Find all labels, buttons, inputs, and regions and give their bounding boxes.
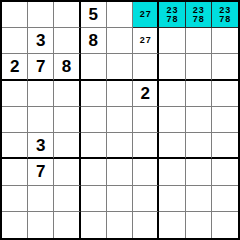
cell-r6c7[interactable] (159, 133, 185, 159)
cell-r7c1[interactable] (2, 159, 28, 185)
cell-r2c8[interactable] (186, 28, 212, 54)
cell-r3c5[interactable] (107, 54, 133, 80)
given-digit: 2 (140, 85, 149, 102)
given-digit: 7 (36, 163, 45, 180)
pencil-marks: 27 (139, 36, 152, 45)
pencil-mark-line: 27 (139, 10, 152, 19)
pencil-marks: 2378 (218, 6, 231, 24)
cell-r8c4[interactable] (81, 186, 107, 212)
cell-r1c9[interactable]: 2378 (212, 2, 238, 28)
cell-r8c5[interactable] (107, 186, 133, 212)
cell-r5c1[interactable] (2, 107, 28, 133)
cell-r5c9[interactable] (212, 107, 238, 133)
cell-r3c6[interactable] (133, 54, 159, 80)
cell-r7c5[interactable] (107, 159, 133, 185)
cell-r9c8[interactable] (186, 212, 212, 238)
cell-r9c7[interactable] (159, 212, 185, 238)
cell-r4c9[interactable] (212, 81, 238, 107)
cell-r1c3[interactable] (54, 2, 80, 28)
cell-r9c9[interactable] (212, 212, 238, 238)
cell-r6c9[interactable] (212, 133, 238, 159)
cell-r5c8[interactable] (186, 107, 212, 133)
cell-r8c3[interactable] (54, 186, 80, 212)
cell-r1c6[interactable]: 27 (133, 2, 159, 28)
cell-r4c2[interactable] (28, 81, 54, 107)
cell-r4c8[interactable] (186, 81, 212, 107)
cell-r4c3[interactable] (54, 81, 80, 107)
cell-r9c6[interactable] (133, 212, 159, 238)
cell-r7c6[interactable] (133, 159, 159, 185)
pencil-marks: 2378 (165, 6, 178, 24)
cell-r8c6[interactable] (133, 186, 159, 212)
cell-r2c3[interactable] (54, 28, 80, 54)
cell-r3c8[interactable] (186, 54, 212, 80)
cell-r3c3[interactable]: 8 (54, 54, 80, 80)
cell-r9c2[interactable] (28, 212, 54, 238)
cell-r1c4[interactable]: 5 (81, 2, 107, 28)
cell-r3c7[interactable] (159, 54, 185, 80)
pencil-mark-line: 78 (218, 15, 231, 24)
cell-r4c7[interactable] (159, 81, 185, 107)
pencil-marks: 27 (139, 10, 152, 19)
given-digit: 3 (36, 32, 45, 49)
cell-r2c7[interactable] (159, 28, 185, 54)
cell-r8c8[interactable] (186, 186, 212, 212)
given-digit: 7 (36, 58, 45, 75)
pencil-marks: 2378 (192, 6, 205, 24)
pencil-mark-line: 78 (192, 15, 205, 24)
cell-r1c2[interactable] (28, 2, 54, 28)
cell-r2c9[interactable] (212, 28, 238, 54)
cell-r5c5[interactable] (107, 107, 133, 133)
cell-r3c9[interactable] (212, 54, 238, 80)
pencil-mark-line: 78 (165, 15, 178, 24)
cell-r5c4[interactable] (81, 107, 107, 133)
cell-r1c1[interactable] (2, 2, 28, 28)
cell-r2c1[interactable] (2, 28, 28, 54)
cell-r6c1[interactable] (2, 133, 28, 159)
given-digit: 5 (89, 6, 98, 23)
cell-r9c1[interactable] (2, 212, 28, 238)
cell-r4c6[interactable]: 2 (133, 81, 159, 107)
cell-r7c3[interactable] (54, 159, 80, 185)
cell-r1c5[interactable] (107, 2, 133, 28)
cell-r6c6[interactable] (133, 133, 159, 159)
cell-r4c1[interactable] (2, 81, 28, 107)
pencil-mark-line: 27 (139, 36, 152, 45)
cell-r7c4[interactable] (81, 159, 107, 185)
cell-r1c8[interactable]: 2378 (186, 2, 212, 28)
cell-r3c2[interactable]: 7 (28, 54, 54, 80)
cell-r6c5[interactable] (107, 133, 133, 159)
cell-r6c8[interactable] (186, 133, 212, 159)
given-digit: 2 (10, 58, 19, 75)
cell-r4c5[interactable] (107, 81, 133, 107)
sudoku-board: 5272378237823783827278237 (0, 0, 240, 240)
cell-r2c2[interactable]: 3 (28, 28, 54, 54)
cell-r8c1[interactable] (2, 186, 28, 212)
cell-r7c8[interactable] (186, 159, 212, 185)
cell-r2c5[interactable] (107, 28, 133, 54)
cell-r5c6[interactable] (133, 107, 159, 133)
cell-r3c4[interactable] (81, 54, 107, 80)
cell-r8c9[interactable] (212, 186, 238, 212)
cell-r7c9[interactable] (212, 159, 238, 185)
cell-r4c4[interactable] (81, 81, 107, 107)
cell-r2c6[interactable]: 27 (133, 28, 159, 54)
cell-r7c7[interactable] (159, 159, 185, 185)
cell-r5c7[interactable] (159, 107, 185, 133)
cell-r2c4[interactable]: 8 (81, 28, 107, 54)
cell-r5c2[interactable] (28, 107, 54, 133)
cell-r1c7[interactable]: 2378 (159, 2, 185, 28)
cell-r9c4[interactable] (81, 212, 107, 238)
cell-r9c3[interactable] (54, 212, 80, 238)
cell-r6c4[interactable] (81, 133, 107, 159)
cell-r8c2[interactable] (28, 186, 54, 212)
cell-r5c3[interactable] (54, 107, 80, 133)
given-digit: 8 (89, 32, 98, 49)
given-digit: 3 (36, 137, 45, 154)
cell-r8c7[interactable] (159, 186, 185, 212)
cell-r6c3[interactable] (54, 133, 80, 159)
cell-r7c2[interactable]: 7 (28, 159, 54, 185)
cell-r9c5[interactable] (107, 212, 133, 238)
given-digit: 8 (62, 58, 71, 75)
cell-r6c2[interactable]: 3 (28, 133, 54, 159)
cell-r3c1[interactable]: 2 (2, 54, 28, 80)
